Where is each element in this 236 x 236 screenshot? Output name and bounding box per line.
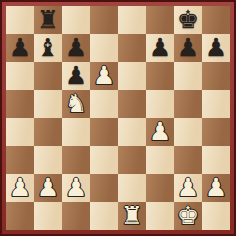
square-h6[interactable]	[202, 62, 230, 90]
piece-white-pawn: ♟	[37, 174, 59, 202]
square-f8[interactable]	[146, 6, 174, 34]
square-d3[interactable]	[90, 146, 118, 174]
piece-black-pawn: ♟	[149, 34, 171, 62]
square-a1[interactable]	[6, 202, 34, 230]
square-g6[interactable]	[174, 62, 202, 90]
square-a7[interactable]: ♟	[6, 34, 34, 62]
square-d6[interactable]: ♟	[90, 62, 118, 90]
piece-white-rook: ♜	[121, 202, 143, 230]
chess-board: ♜♚♟♝♟♟♟♟♟♟♞♟♟♟♟♟♟♜♚	[6, 6, 230, 230]
square-f4[interactable]: ♟	[146, 118, 174, 146]
square-f3[interactable]	[146, 146, 174, 174]
square-c2[interactable]: ♟	[62, 174, 90, 202]
square-b4[interactable]	[34, 118, 62, 146]
square-a2[interactable]: ♟	[6, 174, 34, 202]
square-g3[interactable]	[174, 146, 202, 174]
square-e8[interactable]	[118, 6, 146, 34]
piece-black-pawn: ♟	[205, 34, 227, 62]
square-h2[interactable]: ♟	[202, 174, 230, 202]
square-b5[interactable]	[34, 90, 62, 118]
square-e6[interactable]	[118, 62, 146, 90]
square-g5[interactable]	[174, 90, 202, 118]
square-f1[interactable]	[146, 202, 174, 230]
piece-white-pawn: ♟	[205, 174, 227, 202]
chess-board-frame: ♜♚♟♝♟♟♟♟♟♟♞♟♟♟♟♟♟♜♚	[0, 0, 236, 236]
square-h7[interactable]: ♟	[202, 34, 230, 62]
square-b7[interactable]: ♝	[34, 34, 62, 62]
square-a5[interactable]	[6, 90, 34, 118]
square-c7[interactable]: ♟	[62, 34, 90, 62]
square-g7[interactable]: ♟	[174, 34, 202, 62]
square-d5[interactable]	[90, 90, 118, 118]
square-e1[interactable]: ♜	[118, 202, 146, 230]
square-a8[interactable]	[6, 6, 34, 34]
square-a4[interactable]	[6, 118, 34, 146]
square-c3[interactable]	[62, 146, 90, 174]
piece-white-pawn: ♟	[65, 174, 87, 202]
square-e4[interactable]	[118, 118, 146, 146]
square-f7[interactable]: ♟	[146, 34, 174, 62]
square-d7[interactable]	[90, 34, 118, 62]
square-h5[interactable]	[202, 90, 230, 118]
square-h1[interactable]	[202, 202, 230, 230]
square-d2[interactable]	[90, 174, 118, 202]
square-b3[interactable]	[34, 146, 62, 174]
piece-white-pawn: ♟	[93, 62, 115, 90]
square-e5[interactable]	[118, 90, 146, 118]
square-a6[interactable]	[6, 62, 34, 90]
square-d8[interactable]	[90, 6, 118, 34]
square-c1[interactable]	[62, 202, 90, 230]
square-e3[interactable]	[118, 146, 146, 174]
square-h3[interactable]	[202, 146, 230, 174]
square-h8[interactable]	[202, 6, 230, 34]
square-h4[interactable]	[202, 118, 230, 146]
square-b6[interactable]	[34, 62, 62, 90]
piece-black-pawn: ♟	[177, 34, 199, 62]
square-g2[interactable]: ♟	[174, 174, 202, 202]
square-b8[interactable]: ♜	[34, 6, 62, 34]
square-e2[interactable]	[118, 174, 146, 202]
square-b2[interactable]: ♟	[34, 174, 62, 202]
piece-black-bishop: ♝	[37, 34, 59, 62]
piece-white-knight: ♞	[65, 90, 87, 118]
square-d1[interactable]	[90, 202, 118, 230]
piece-black-rook: ♜	[37, 6, 59, 34]
square-c8[interactable]	[62, 6, 90, 34]
piece-white-king: ♚	[177, 202, 199, 230]
piece-black-pawn: ♟	[65, 34, 87, 62]
square-f2[interactable]	[146, 174, 174, 202]
square-g4[interactable]	[174, 118, 202, 146]
square-a3[interactable]	[6, 146, 34, 174]
piece-white-pawn: ♟	[149, 118, 171, 146]
piece-white-pawn: ♟	[177, 174, 199, 202]
square-d4[interactable]	[90, 118, 118, 146]
square-c5[interactable]: ♞	[62, 90, 90, 118]
square-g1[interactable]: ♚	[174, 202, 202, 230]
piece-black-pawn: ♟	[65, 62, 87, 90]
square-f6[interactable]	[146, 62, 174, 90]
piece-black-pawn: ♟	[9, 34, 31, 62]
square-e7[interactable]	[118, 34, 146, 62]
square-f5[interactable]	[146, 90, 174, 118]
square-g8[interactable]: ♚	[174, 6, 202, 34]
square-c6[interactable]: ♟	[62, 62, 90, 90]
square-c4[interactable]	[62, 118, 90, 146]
square-b1[interactable]	[34, 202, 62, 230]
piece-black-king: ♚	[177, 6, 199, 34]
piece-white-pawn: ♟	[9, 174, 31, 202]
